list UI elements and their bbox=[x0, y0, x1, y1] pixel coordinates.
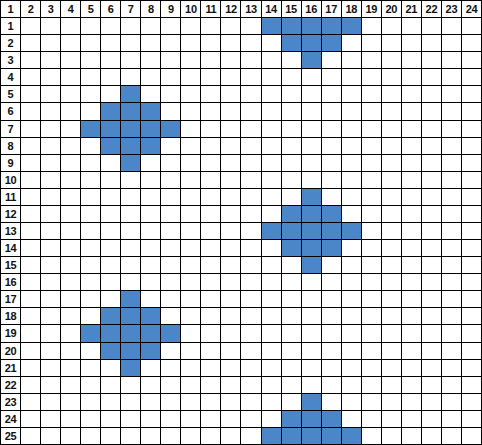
grid-cell[interactable] bbox=[362, 257, 382, 274]
filled-cell[interactable] bbox=[262, 428, 282, 445]
grid-cell[interactable] bbox=[21, 52, 41, 69]
grid-cell[interactable] bbox=[101, 411, 121, 428]
grid-cell[interactable] bbox=[81, 360, 101, 377]
grid-cell[interactable] bbox=[81, 428, 101, 445]
grid-cell[interactable] bbox=[221, 103, 241, 120]
filled-cell[interactable] bbox=[141, 308, 161, 325]
grid-cell[interactable] bbox=[442, 223, 462, 240]
grid-cell[interactable] bbox=[221, 86, 241, 103]
grid-cell[interactable] bbox=[201, 189, 221, 206]
grid-cell[interactable] bbox=[442, 206, 462, 223]
grid-cell[interactable] bbox=[41, 189, 61, 206]
grid-cell[interactable] bbox=[362, 172, 382, 189]
grid-cell[interactable] bbox=[462, 291, 482, 308]
grid-cell[interactable] bbox=[121, 52, 141, 69]
grid-cell[interactable] bbox=[262, 189, 282, 206]
grid-cell[interactable] bbox=[282, 69, 302, 86]
grid-cell[interactable] bbox=[402, 325, 422, 342]
grid-cell[interactable] bbox=[342, 35, 362, 52]
grid-cell[interactable] bbox=[21, 18, 41, 35]
grid-cell[interactable] bbox=[422, 291, 442, 308]
filled-cell[interactable] bbox=[322, 223, 342, 240]
grid-cell[interactable] bbox=[442, 172, 462, 189]
grid-cell[interactable] bbox=[181, 138, 201, 155]
grid-cell[interactable] bbox=[262, 377, 282, 394]
grid-cell[interactable] bbox=[181, 411, 201, 428]
grid-cell[interactable] bbox=[161, 308, 181, 325]
grid-cell[interactable] bbox=[342, 155, 362, 172]
filled-cell[interactable] bbox=[101, 103, 121, 120]
grid-cell[interactable] bbox=[442, 274, 462, 291]
grid-cell[interactable] bbox=[101, 394, 121, 411]
grid-cell[interactable] bbox=[422, 394, 442, 411]
grid-cell[interactable] bbox=[462, 86, 482, 103]
grid-cell[interactable] bbox=[462, 189, 482, 206]
grid-cell[interactable] bbox=[81, 394, 101, 411]
grid-cell[interactable] bbox=[282, 360, 302, 377]
filled-cell[interactable] bbox=[302, 52, 322, 69]
grid-cell[interactable] bbox=[462, 360, 482, 377]
filled-cell[interactable] bbox=[141, 103, 161, 120]
grid-cell[interactable] bbox=[322, 86, 342, 103]
grid-cell[interactable] bbox=[181, 86, 201, 103]
grid-cell[interactable] bbox=[61, 411, 81, 428]
grid-cell[interactable] bbox=[282, 274, 302, 291]
filled-cell[interactable] bbox=[342, 428, 362, 445]
grid-cell[interactable] bbox=[21, 325, 41, 342]
grid-cell[interactable] bbox=[201, 343, 221, 360]
grid-cell[interactable] bbox=[181, 206, 201, 223]
grid-cell[interactable] bbox=[442, 257, 462, 274]
grid-cell[interactable] bbox=[21, 189, 41, 206]
grid-cell[interactable] bbox=[342, 69, 362, 86]
grid-cell[interactable] bbox=[61, 172, 81, 189]
grid-cell[interactable] bbox=[61, 121, 81, 138]
filled-cell[interactable] bbox=[141, 343, 161, 360]
grid-cell[interactable] bbox=[181, 343, 201, 360]
grid-cell[interactable] bbox=[41, 377, 61, 394]
grid-cell[interactable] bbox=[422, 52, 442, 69]
grid-cell[interactable] bbox=[422, 360, 442, 377]
grid-cell[interactable] bbox=[21, 308, 41, 325]
grid-cell[interactable] bbox=[342, 308, 362, 325]
grid-cell[interactable] bbox=[241, 103, 261, 120]
grid-cell[interactable] bbox=[322, 274, 342, 291]
grid-cell[interactable] bbox=[201, 274, 221, 291]
grid-cell[interactable] bbox=[21, 343, 41, 360]
filled-cell[interactable] bbox=[322, 428, 342, 445]
grid-cell[interactable] bbox=[282, 308, 302, 325]
grid-cell[interactable] bbox=[402, 291, 422, 308]
grid-cell[interactable] bbox=[241, 155, 261, 172]
grid-cell[interactable] bbox=[221, 223, 241, 240]
grid-cell[interactable] bbox=[241, 377, 261, 394]
grid-cell[interactable] bbox=[61, 343, 81, 360]
grid-cell[interactable] bbox=[422, 411, 442, 428]
grid-cell[interactable] bbox=[382, 343, 402, 360]
grid-cell[interactable] bbox=[21, 138, 41, 155]
grid-cell[interactable] bbox=[342, 121, 362, 138]
grid-cell[interactable] bbox=[302, 103, 322, 120]
filled-cell[interactable] bbox=[262, 223, 282, 240]
grid-cell[interactable] bbox=[462, 121, 482, 138]
grid-cell[interactable] bbox=[161, 86, 181, 103]
grid-cell[interactable] bbox=[41, 394, 61, 411]
grid-cell[interactable] bbox=[442, 18, 462, 35]
grid-cell[interactable] bbox=[201, 138, 221, 155]
grid-cell[interactable] bbox=[41, 206, 61, 223]
grid-cell[interactable] bbox=[181, 223, 201, 240]
grid-cell[interactable] bbox=[41, 121, 61, 138]
grid-cell[interactable] bbox=[282, 189, 302, 206]
grid-cell[interactable] bbox=[201, 257, 221, 274]
grid-cell[interactable] bbox=[201, 86, 221, 103]
grid-cell[interactable] bbox=[282, 103, 302, 120]
grid-cell[interactable] bbox=[382, 291, 402, 308]
grid-cell[interactable] bbox=[442, 35, 462, 52]
grid-cell[interactable] bbox=[402, 18, 422, 35]
grid-cell[interactable] bbox=[221, 291, 241, 308]
filled-cell[interactable] bbox=[302, 189, 322, 206]
grid-cell[interactable] bbox=[221, 343, 241, 360]
filled-cell[interactable] bbox=[342, 223, 362, 240]
grid-cell[interactable] bbox=[201, 121, 221, 138]
grid-cell[interactable] bbox=[61, 377, 81, 394]
grid-cell[interactable] bbox=[221, 240, 241, 257]
grid-cell[interactable] bbox=[342, 274, 362, 291]
grid-cell[interactable] bbox=[442, 428, 462, 445]
grid-cell[interactable] bbox=[101, 223, 121, 240]
grid-cell[interactable] bbox=[362, 377, 382, 394]
grid-cell[interactable] bbox=[161, 52, 181, 69]
grid-cell[interactable] bbox=[402, 138, 422, 155]
grid-cell[interactable] bbox=[342, 206, 362, 223]
grid-cell[interactable] bbox=[181, 274, 201, 291]
filled-cell[interactable] bbox=[302, 240, 322, 257]
filled-cell[interactable] bbox=[121, 360, 141, 377]
grid-cell[interactable] bbox=[221, 189, 241, 206]
grid-cell[interactable] bbox=[221, 394, 241, 411]
grid-cell[interactable] bbox=[221, 377, 241, 394]
grid-cell[interactable] bbox=[322, 343, 342, 360]
grid-cell[interactable] bbox=[141, 428, 161, 445]
grid-cell[interactable] bbox=[422, 103, 442, 120]
grid-cell[interactable] bbox=[462, 240, 482, 257]
grid-cell[interactable] bbox=[41, 308, 61, 325]
grid-cell[interactable] bbox=[402, 308, 422, 325]
grid-cell[interactable] bbox=[101, 240, 121, 257]
grid-cell[interactable] bbox=[221, 52, 241, 69]
grid-cell[interactable] bbox=[121, 172, 141, 189]
grid-cell[interactable] bbox=[81, 69, 101, 86]
grid-cell[interactable] bbox=[262, 325, 282, 342]
grid-cell[interactable] bbox=[201, 206, 221, 223]
grid-cell[interactable] bbox=[161, 240, 181, 257]
grid-cell[interactable] bbox=[442, 308, 462, 325]
filled-cell[interactable] bbox=[282, 240, 302, 257]
filled-cell[interactable] bbox=[101, 343, 121, 360]
grid-cell[interactable] bbox=[462, 69, 482, 86]
grid-cell[interactable] bbox=[442, 240, 462, 257]
grid-cell[interactable] bbox=[221, 274, 241, 291]
grid-cell[interactable] bbox=[382, 325, 402, 342]
grid-cell[interactable] bbox=[201, 35, 221, 52]
grid-cell[interactable] bbox=[21, 103, 41, 120]
grid-cell[interactable] bbox=[442, 189, 462, 206]
grid-cell[interactable] bbox=[402, 377, 422, 394]
filled-cell[interactable] bbox=[342, 18, 362, 35]
grid-cell[interactable] bbox=[402, 35, 422, 52]
grid-cell[interactable] bbox=[382, 377, 402, 394]
grid-cell[interactable] bbox=[141, 172, 161, 189]
grid-cell[interactable] bbox=[322, 257, 342, 274]
grid-cell[interactable] bbox=[362, 223, 382, 240]
filled-cell[interactable] bbox=[322, 206, 342, 223]
grid-cell[interactable] bbox=[442, 291, 462, 308]
grid-cell[interactable] bbox=[101, 52, 121, 69]
grid-cell[interactable] bbox=[342, 394, 362, 411]
grid-cell[interactable] bbox=[442, 69, 462, 86]
grid-cell[interactable] bbox=[81, 240, 101, 257]
filled-cell[interactable] bbox=[302, 18, 322, 35]
grid-cell[interactable] bbox=[101, 18, 121, 35]
grid-cell[interactable] bbox=[141, 291, 161, 308]
grid-cell[interactable] bbox=[342, 189, 362, 206]
grid-cell[interactable] bbox=[41, 428, 61, 445]
grid-cell[interactable] bbox=[241, 206, 261, 223]
grid-cell[interactable] bbox=[422, 35, 442, 52]
grid-cell[interactable] bbox=[462, 172, 482, 189]
filled-cell[interactable] bbox=[282, 18, 302, 35]
grid-cell[interactable] bbox=[101, 428, 121, 445]
grid-cell[interactable] bbox=[61, 394, 81, 411]
grid-cell[interactable] bbox=[161, 138, 181, 155]
grid-cell[interactable] bbox=[382, 121, 402, 138]
grid-cell[interactable] bbox=[41, 18, 61, 35]
grid-cell[interactable] bbox=[241, 411, 261, 428]
grid-cell[interactable] bbox=[141, 240, 161, 257]
grid-cell[interactable] bbox=[61, 103, 81, 120]
grid-cell[interactable] bbox=[161, 223, 181, 240]
grid-cell[interactable] bbox=[81, 103, 101, 120]
grid-cell[interactable] bbox=[61, 274, 81, 291]
grid-cell[interactable] bbox=[382, 411, 402, 428]
grid-cell[interactable] bbox=[462, 428, 482, 445]
grid-cell[interactable] bbox=[442, 360, 462, 377]
grid-cell[interactable] bbox=[241, 428, 261, 445]
grid-cell[interactable] bbox=[61, 69, 81, 86]
grid-cell[interactable] bbox=[221, 428, 241, 445]
grid-cell[interactable] bbox=[302, 86, 322, 103]
grid-cell[interactable] bbox=[262, 172, 282, 189]
grid-cell[interactable] bbox=[362, 274, 382, 291]
grid-cell[interactable] bbox=[141, 35, 161, 52]
grid-cell[interactable] bbox=[262, 394, 282, 411]
filled-cell[interactable] bbox=[282, 428, 302, 445]
grid-cell[interactable] bbox=[282, 52, 302, 69]
filled-cell[interactable] bbox=[322, 35, 342, 52]
grid-cell[interactable] bbox=[322, 308, 342, 325]
grid-cell[interactable] bbox=[462, 138, 482, 155]
grid-cell[interactable] bbox=[201, 103, 221, 120]
grid-cell[interactable] bbox=[161, 172, 181, 189]
filled-cell[interactable] bbox=[121, 343, 141, 360]
grid-cell[interactable] bbox=[362, 428, 382, 445]
grid-cell[interactable] bbox=[282, 138, 302, 155]
grid-cell[interactable] bbox=[201, 223, 221, 240]
grid-cell[interactable] bbox=[422, 274, 442, 291]
grid-cell[interactable] bbox=[362, 308, 382, 325]
grid-cell[interactable] bbox=[21, 240, 41, 257]
grid-cell[interactable] bbox=[141, 18, 161, 35]
grid-cell[interactable] bbox=[181, 103, 201, 120]
grid-cell[interactable] bbox=[241, 394, 261, 411]
grid-cell[interactable] bbox=[342, 52, 362, 69]
grid-cell[interactable] bbox=[81, 308, 101, 325]
grid-cell[interactable] bbox=[221, 257, 241, 274]
grid-cell[interactable] bbox=[161, 343, 181, 360]
grid-cell[interactable] bbox=[81, 377, 101, 394]
grid-cell[interactable] bbox=[382, 428, 402, 445]
filled-cell[interactable] bbox=[282, 223, 302, 240]
grid-cell[interactable] bbox=[61, 291, 81, 308]
grid-cell[interactable] bbox=[322, 172, 342, 189]
filled-cell[interactable] bbox=[101, 325, 121, 342]
grid-cell[interactable] bbox=[181, 325, 201, 342]
grid-cell[interactable] bbox=[101, 189, 121, 206]
grid-cell[interactable] bbox=[61, 206, 81, 223]
grid-cell[interactable] bbox=[21, 428, 41, 445]
grid-cell[interactable] bbox=[41, 274, 61, 291]
grid-cell[interactable] bbox=[442, 103, 462, 120]
grid-cell[interactable] bbox=[262, 69, 282, 86]
grid-cell[interactable] bbox=[382, 52, 402, 69]
grid-cell[interactable] bbox=[181, 189, 201, 206]
grid-cell[interactable] bbox=[422, 155, 442, 172]
filled-cell[interactable] bbox=[282, 411, 302, 428]
grid-cell[interactable] bbox=[221, 308, 241, 325]
grid-cell[interactable] bbox=[402, 103, 422, 120]
grid-cell[interactable] bbox=[21, 377, 41, 394]
grid-cell[interactable] bbox=[181, 308, 201, 325]
grid-cell[interactable] bbox=[121, 189, 141, 206]
grid-cell[interactable] bbox=[41, 325, 61, 342]
grid-cell[interactable] bbox=[81, 189, 101, 206]
grid-cell[interactable] bbox=[241, 360, 261, 377]
grid-cell[interactable] bbox=[141, 394, 161, 411]
grid-cell[interactable] bbox=[362, 360, 382, 377]
grid-cell[interactable] bbox=[462, 155, 482, 172]
grid-cell[interactable] bbox=[462, 343, 482, 360]
grid-cell[interactable] bbox=[262, 121, 282, 138]
grid-cell[interactable] bbox=[141, 206, 161, 223]
grid-cell[interactable] bbox=[462, 35, 482, 52]
grid-cell[interactable] bbox=[442, 411, 462, 428]
grid-cell[interactable] bbox=[61, 52, 81, 69]
grid-cell[interactable] bbox=[422, 308, 442, 325]
filled-cell[interactable] bbox=[101, 138, 121, 155]
grid-cell[interactable] bbox=[41, 411, 61, 428]
grid-cell[interactable] bbox=[61, 240, 81, 257]
filled-cell[interactable] bbox=[302, 411, 322, 428]
grid-cell[interactable] bbox=[462, 52, 482, 69]
filled-cell[interactable] bbox=[121, 86, 141, 103]
grid-cell[interactable] bbox=[121, 35, 141, 52]
grid-cell[interactable] bbox=[21, 69, 41, 86]
grid-cell[interactable] bbox=[262, 155, 282, 172]
grid-cell[interactable] bbox=[41, 223, 61, 240]
filled-cell[interactable] bbox=[141, 138, 161, 155]
grid-cell[interactable] bbox=[21, 274, 41, 291]
grid-cell[interactable] bbox=[282, 121, 302, 138]
grid-cell[interactable] bbox=[121, 69, 141, 86]
grid-cell[interactable] bbox=[422, 343, 442, 360]
grid-cell[interactable] bbox=[221, 35, 241, 52]
grid-cell[interactable] bbox=[181, 172, 201, 189]
grid-cell[interactable] bbox=[302, 377, 322, 394]
grid-cell[interactable] bbox=[181, 18, 201, 35]
grid-cell[interactable] bbox=[262, 35, 282, 52]
grid-cell[interactable] bbox=[262, 257, 282, 274]
grid-cell[interactable] bbox=[161, 360, 181, 377]
grid-cell[interactable] bbox=[402, 240, 422, 257]
grid-cell[interactable] bbox=[41, 240, 61, 257]
grid-cell[interactable] bbox=[201, 428, 221, 445]
grid-cell[interactable] bbox=[422, 428, 442, 445]
grid-cell[interactable] bbox=[382, 189, 402, 206]
grid-cell[interactable] bbox=[282, 257, 302, 274]
filled-cell[interactable] bbox=[161, 121, 181, 138]
grid-cell[interactable] bbox=[462, 325, 482, 342]
grid-cell[interactable] bbox=[61, 325, 81, 342]
grid-cell[interactable] bbox=[382, 394, 402, 411]
grid-cell[interactable] bbox=[342, 343, 362, 360]
grid-cell[interactable] bbox=[241, 308, 261, 325]
grid-cell[interactable] bbox=[241, 69, 261, 86]
grid-cell[interactable] bbox=[221, 69, 241, 86]
grid-cell[interactable] bbox=[241, 325, 261, 342]
grid-cell[interactable] bbox=[241, 240, 261, 257]
grid-cell[interactable] bbox=[41, 360, 61, 377]
grid-cell[interactable] bbox=[262, 291, 282, 308]
grid-cell[interactable] bbox=[61, 86, 81, 103]
grid-cell[interactable] bbox=[402, 86, 422, 103]
grid-cell[interactable] bbox=[382, 103, 402, 120]
grid-cell[interactable] bbox=[322, 69, 342, 86]
grid-cell[interactable] bbox=[41, 172, 61, 189]
grid-cell[interactable] bbox=[402, 428, 422, 445]
grid-cell[interactable] bbox=[121, 274, 141, 291]
grid-cell[interactable] bbox=[61, 155, 81, 172]
grid-cell[interactable] bbox=[262, 274, 282, 291]
grid-cell[interactable] bbox=[422, 121, 442, 138]
grid-cell[interactable] bbox=[221, 411, 241, 428]
grid-cell[interactable] bbox=[342, 377, 362, 394]
filled-cell[interactable] bbox=[121, 103, 141, 120]
grid-cell[interactable] bbox=[181, 291, 201, 308]
grid-cell[interactable] bbox=[322, 155, 342, 172]
grid-cell[interactable] bbox=[322, 138, 342, 155]
grid-cell[interactable] bbox=[201, 52, 221, 69]
grid-cell[interactable] bbox=[442, 394, 462, 411]
grid-cell[interactable] bbox=[41, 343, 61, 360]
filled-cell[interactable] bbox=[282, 206, 302, 223]
grid-cell[interactable] bbox=[362, 69, 382, 86]
grid-cell[interactable] bbox=[322, 325, 342, 342]
grid-cell[interactable] bbox=[81, 257, 101, 274]
grid-cell[interactable] bbox=[462, 394, 482, 411]
grid-cell[interactable] bbox=[302, 138, 322, 155]
